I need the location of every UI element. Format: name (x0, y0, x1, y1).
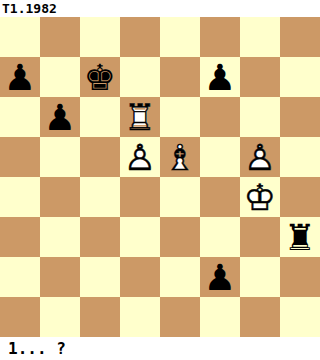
square-a3[interactable] (0, 217, 40, 257)
white-piece-outline: ♖ (120, 97, 160, 137)
piece-wB-e5: ♝♗ (160, 137, 200, 177)
square-c2[interactable] (80, 257, 120, 297)
square-f5[interactable] (200, 137, 240, 177)
square-c7[interactable]: ♚ (80, 57, 120, 97)
white-piece-outline: ♗ (160, 137, 200, 177)
black-piece-glyph: ♟ (40, 97, 80, 137)
piece-bK-c7: ♚ (80, 57, 120, 97)
square-d5[interactable]: ♟♙ (120, 137, 160, 177)
piece-wR-d6: ♜♖ (120, 97, 160, 137)
square-h6[interactable] (280, 97, 320, 137)
title-bar: T1.1982 (0, 0, 320, 17)
square-f2[interactable]: ♟ (200, 257, 240, 297)
square-e2[interactable] (160, 257, 200, 297)
chess-board: ♟♚♟♟♜♖♟♙♝♗♟♙♚♔♜♟ (0, 17, 320, 337)
square-a5[interactable] (0, 137, 40, 177)
square-c6[interactable] (80, 97, 120, 137)
square-a7[interactable]: ♟ (0, 57, 40, 97)
black-piece-glyph: ♜ (280, 217, 320, 257)
square-g2[interactable] (240, 257, 280, 297)
square-e6[interactable] (160, 97, 200, 137)
square-h4[interactable] (280, 177, 320, 217)
square-e5[interactable]: ♝♗ (160, 137, 200, 177)
square-a2[interactable] (0, 257, 40, 297)
square-a4[interactable] (0, 177, 40, 217)
square-f8[interactable] (200, 17, 240, 57)
square-d3[interactable] (120, 217, 160, 257)
square-e8[interactable] (160, 17, 200, 57)
square-d7[interactable] (120, 57, 160, 97)
piece-bP-a7: ♟ (0, 57, 40, 97)
square-e4[interactable] (160, 177, 200, 217)
move-prompt: 1... ? (8, 339, 66, 359)
black-piece-glyph: ♟ (200, 57, 240, 97)
square-g1[interactable] (240, 297, 280, 337)
square-b4[interactable] (40, 177, 80, 217)
white-piece-outline: ♙ (240, 137, 280, 177)
square-a1[interactable] (0, 297, 40, 337)
square-h8[interactable] (280, 17, 320, 57)
square-h1[interactable] (280, 297, 320, 337)
square-c5[interactable] (80, 137, 120, 177)
square-f7[interactable]: ♟ (200, 57, 240, 97)
black-piece-glyph: ♟ (0, 57, 40, 97)
square-d8[interactable] (120, 17, 160, 57)
white-piece-outline: ♔ (240, 177, 280, 217)
square-b3[interactable] (40, 217, 80, 257)
diagram-page: T1.1982 ♟♚♟♟♜♖♟♙♝♗♟♙♚♔♜♟ 1... ? (0, 0, 320, 360)
square-d1[interactable] (120, 297, 160, 337)
square-c3[interactable] (80, 217, 120, 257)
square-d6[interactable]: ♜♖ (120, 97, 160, 137)
square-h2[interactable] (280, 257, 320, 297)
black-piece-glyph: ♚ (80, 57, 120, 97)
square-f4[interactable] (200, 177, 240, 217)
square-a8[interactable] (0, 17, 40, 57)
square-b1[interactable] (40, 297, 80, 337)
square-g3[interactable] (240, 217, 280, 257)
square-d4[interactable] (120, 177, 160, 217)
square-g6[interactable] (240, 97, 280, 137)
piece-bP-f2: ♟ (200, 257, 240, 297)
piece-bR-h3: ♜ (280, 217, 320, 257)
square-e1[interactable] (160, 297, 200, 337)
square-c8[interactable] (80, 17, 120, 57)
footer-bar: 1... ? (0, 337, 320, 360)
square-c4[interactable] (80, 177, 120, 217)
piece-wP-d5: ♟♙ (120, 137, 160, 177)
square-g8[interactable] (240, 17, 280, 57)
square-c1[interactable] (80, 297, 120, 337)
diagram-title: T1.1982 (2, 1, 57, 16)
square-f1[interactable] (200, 297, 240, 337)
square-b5[interactable] (40, 137, 80, 177)
piece-bP-f7: ♟ (200, 57, 240, 97)
square-b8[interactable] (40, 17, 80, 57)
square-b7[interactable] (40, 57, 80, 97)
square-e7[interactable] (160, 57, 200, 97)
square-g7[interactable] (240, 57, 280, 97)
square-f6[interactable] (200, 97, 240, 137)
black-piece-glyph: ♟ (200, 257, 240, 297)
square-b6[interactable]: ♟ (40, 97, 80, 137)
square-f3[interactable] (200, 217, 240, 257)
white-piece-outline: ♙ (120, 137, 160, 177)
square-a6[interactable] (0, 97, 40, 137)
square-h3[interactable]: ♜ (280, 217, 320, 257)
piece-wK-g4: ♚♔ (240, 177, 280, 217)
square-e3[interactable] (160, 217, 200, 257)
piece-bP-b6: ♟ (40, 97, 80, 137)
square-b2[interactable] (40, 257, 80, 297)
square-g5[interactable]: ♟♙ (240, 137, 280, 177)
square-g4[interactable]: ♚♔ (240, 177, 280, 217)
piece-wP-g5: ♟♙ (240, 137, 280, 177)
square-h7[interactable] (280, 57, 320, 97)
square-d2[interactable] (120, 257, 160, 297)
square-h5[interactable] (280, 137, 320, 177)
